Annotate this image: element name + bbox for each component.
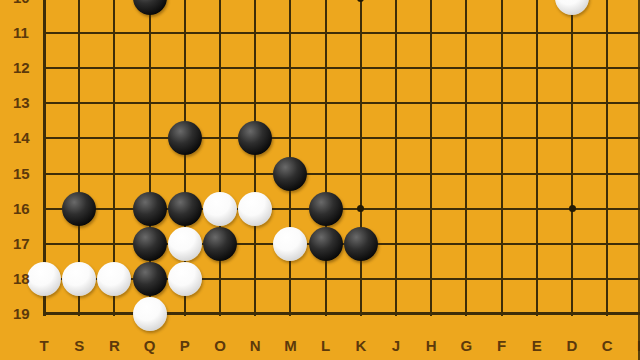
black-stone-N14 — [238, 121, 272, 155]
grid-line-col-N — [254, 0, 256, 316]
grid-line-col-J — [395, 0, 397, 316]
col-label-C: C — [597, 338, 617, 354]
go-app-screen: 10111213141516171819TSRQPONMLKJHGFEDCB — [0, 0, 640, 360]
grid-line-col-G — [465, 0, 467, 316]
col-label-F: F — [492, 338, 512, 354]
grid-line-row-15 — [43, 173, 640, 175]
star-point-K16 — [357, 205, 364, 212]
col-label-J: J — [386, 338, 406, 354]
star-point-D16 — [569, 205, 576, 212]
white-stone-M17 — [273, 227, 307, 261]
row-label-14: 14 — [13, 128, 30, 148]
row-label-13: 13 — [13, 93, 30, 113]
black-stone-K17 — [344, 227, 378, 261]
white-stone-Q19 — [133, 297, 167, 331]
white-stone-D10 — [555, 0, 589, 15]
white-stone-T18 — [27, 262, 61, 296]
col-label-S: S — [69, 338, 89, 354]
go-board[interactable]: 10111213141516171819TSRQPONMLKJHGFEDCB — [0, 0, 640, 360]
black-stone-S16 — [62, 192, 96, 226]
grid-line-col-L — [325, 0, 327, 316]
grid-line-row-11 — [43, 32, 640, 34]
col-label-O: O — [210, 338, 230, 354]
grid-line-col-H — [430, 0, 432, 316]
row-label-10: 10 — [13, 0, 30, 8]
grid-line-col-D — [571, 0, 573, 316]
black-stone-L17 — [309, 227, 343, 261]
row-label-16: 16 — [13, 199, 30, 219]
grid-line-row-14 — [43, 137, 640, 139]
black-stone-Q17 — [133, 227, 167, 261]
col-label-E: E — [527, 338, 547, 354]
grid-line-col-K — [360, 0, 362, 316]
col-label-D: D — [562, 338, 582, 354]
col-label-Q: Q — [140, 338, 160, 354]
black-stone-Q10 — [133, 0, 167, 15]
col-label-G: G — [456, 338, 476, 354]
black-stone-P14 — [168, 121, 202, 155]
col-label-R: R — [104, 338, 124, 354]
white-stone-R18 — [97, 262, 131, 296]
grid-line-col-O — [219, 0, 221, 316]
star-point-K10 — [357, 0, 364, 2]
white-stone-P18 — [168, 262, 202, 296]
col-label-T: T — [34, 338, 54, 354]
black-stone-L16 — [309, 192, 343, 226]
grid-line-row-13 — [43, 102, 640, 104]
black-stone-O17 — [203, 227, 237, 261]
black-stone-M15 — [273, 157, 307, 191]
col-label-H: H — [421, 338, 441, 354]
col-label-P: P — [175, 338, 195, 354]
col-label-M: M — [280, 338, 300, 354]
col-label-K: K — [351, 338, 371, 354]
row-label-15: 15 — [13, 164, 30, 184]
grid-line-col-F — [501, 0, 503, 316]
grid-line-col-C — [606, 0, 608, 316]
white-stone-O16 — [203, 192, 237, 226]
white-stone-S18 — [62, 262, 96, 296]
col-label-L: L — [316, 338, 336, 354]
black-stone-P16 — [168, 192, 202, 226]
white-stone-N16 — [238, 192, 272, 226]
row-label-19: 19 — [13, 304, 30, 324]
row-label-11: 11 — [13, 23, 29, 43]
row-label-18: 18 — [13, 269, 30, 289]
black-stone-Q18 — [133, 262, 167, 296]
grid-line-col-E — [536, 0, 538, 316]
black-stone-Q16 — [133, 192, 167, 226]
row-label-12: 12 — [13, 58, 30, 78]
white-stone-P17 — [168, 227, 202, 261]
col-label-N: N — [245, 338, 265, 354]
grid-line-row-12 — [43, 67, 640, 69]
row-label-17: 17 — [13, 234, 30, 254]
